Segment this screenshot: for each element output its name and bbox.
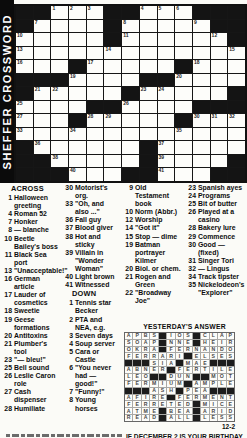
cell-number: 20 [176, 74, 182, 79]
grid-cell[interactable]: 5 [158, 6, 175, 19]
block-cell [34, 155, 51, 168]
grid-cell[interactable] [211, 47, 228, 60]
grid-cell[interactable] [175, 20, 192, 33]
answer-cell: F [125, 353, 132, 359]
grid-cell[interactable] [34, 60, 51, 73]
grid-cell[interactable] [51, 128, 68, 141]
grid-cell[interactable] [69, 87, 86, 100]
block-cell [34, 168, 51, 181]
grid-cell[interactable] [140, 60, 157, 73]
clue-number: 39 [61, 249, 75, 273]
cell-number: 40 [70, 168, 76, 173]
grid-cell[interactable] [228, 74, 245, 87]
grid-cell[interactable] [104, 128, 121, 141]
answer-block-cell [142, 360, 149, 366]
block-cell [16, 141, 33, 154]
grid-cell[interactable] [175, 168, 192, 181]
grid-cell[interactable] [34, 114, 51, 127]
cell-number: 29 [105, 114, 111, 119]
clue-number: 26 [0, 372, 14, 388]
grid-cell[interactable] [122, 74, 139, 87]
clue-text: Honker [14, 218, 61, 226]
answer-cell: A [142, 415, 149, 421]
grid-cell[interactable]: 7 [34, 20, 51, 33]
grid-cell[interactable] [193, 168, 210, 181]
across-clue-33: 33"Oh, and also ..." [61, 200, 121, 216]
grid-cell[interactable]: 24 [158, 87, 175, 100]
grid-cell[interactable] [104, 60, 121, 73]
answer-block-cell [176, 388, 183, 394]
clue-text: Norm (Abbr.) [135, 208, 184, 216]
clue-text: Cash dispenser [14, 388, 61, 404]
grid-cell[interactable] [51, 141, 68, 154]
clue-number: 29 [184, 233, 198, 241]
answer-cell: C [201, 333, 208, 339]
grid-cell[interactable] [193, 87, 210, 100]
cell-number: 2 [70, 6, 73, 11]
answer-cell: A [125, 395, 132, 401]
answer-block-cell [193, 401, 200, 407]
down-clue-32: 32— Lingus [184, 265, 247, 273]
grid-cell[interactable] [140, 33, 157, 46]
grid-cell[interactable]: 1 [51, 6, 68, 19]
down-header: DOWN [61, 289, 121, 299]
clipped-bottom-line: IF DECEMBER 2 IS YOUR BIRTHDAY [0, 432, 247, 438]
grid-cell[interactable] [158, 20, 175, 33]
clue-number: 32 [184, 265, 198, 273]
answer-block-cell [227, 388, 234, 394]
clue-text: Young horses [75, 396, 121, 412]
answer-block-cell [159, 374, 166, 380]
answer-block-cell [210, 388, 217, 394]
grid-cell[interactable]: 17 [87, 60, 104, 73]
grid-cell[interactable]: 20 [175, 74, 192, 87]
grid-cell[interactable] [175, 155, 192, 168]
grid-cell[interactable]: 2 [69, 6, 86, 19]
clue-number: 15 [121, 233, 135, 241]
answer-cell: E [193, 388, 200, 394]
across-clue-1: 1Halloween greeting [0, 194, 61, 210]
clue-number: 1 [61, 299, 75, 315]
grid-cell[interactable] [34, 33, 51, 46]
answer-cell: D [167, 374, 174, 380]
grid-cell[interactable] [69, 20, 86, 33]
down-clue-2: 2PTA and NEA, e.g. [61, 316, 121, 332]
cell-number: 34 [70, 128, 76, 133]
across-clue-36: 36Fall guy [61, 216, 121, 224]
clue-text: Bakery lure [198, 224, 247, 232]
down-clue-22: 22"Broadway Joe" [121, 289, 184, 305]
down-clue-1: 1Tennis star Becker [61, 299, 121, 315]
grid-cell[interactable] [140, 128, 157, 141]
block-cell [16, 87, 33, 100]
grid-cell[interactable] [158, 47, 175, 60]
clue-number: 3 [61, 332, 75, 340]
answer-cell: F [176, 395, 183, 401]
grid-cell[interactable]: 18 [193, 60, 210, 73]
grid-cell[interactable]: 41 [158, 168, 175, 181]
grid-cell[interactable]: 9 [193, 20, 210, 33]
grid-cell[interactable] [87, 128, 104, 141]
grid-cell[interactable] [211, 60, 228, 73]
grid-cell[interactable] [175, 101, 192, 114]
answer-cell: I [210, 401, 217, 407]
grid-cell[interactable]: 6 [175, 6, 192, 19]
answer-cell: S [218, 415, 225, 421]
answer-block-cell [193, 340, 200, 346]
cell-number: 21 [35, 87, 41, 92]
block-cell [16, 74, 33, 87]
masthead-bar: SHEFFER CROSSWORD [0, 0, 14, 183]
grid-cell[interactable] [228, 60, 245, 73]
grid-cell[interactable] [51, 114, 68, 127]
grid-cell[interactable] [122, 155, 139, 168]
answer-cell: E [227, 401, 234, 407]
across-clue-40: 40Light brown [61, 273, 121, 281]
grid-cell[interactable] [122, 114, 139, 127]
answer-cell: R [142, 381, 149, 387]
across-clue-17: 17Lauder of cosmetics [0, 291, 61, 307]
cell-number: 30 [194, 114, 200, 119]
grid-cell[interactable] [175, 87, 192, 100]
clue-number: 17 [0, 291, 14, 307]
answer-cell: E [210, 415, 217, 421]
grid-cell[interactable]: 15 [228, 47, 245, 60]
grid-cell[interactable] [104, 74, 121, 87]
grid-cell[interactable] [87, 74, 104, 87]
grid-cell[interactable]: 23 [140, 87, 157, 100]
grid-cell[interactable] [87, 141, 104, 154]
grid-cell[interactable] [158, 60, 175, 73]
clue-text: "Funny!" [75, 388, 121, 396]
grid-cell[interactable] [211, 87, 228, 100]
answer-cell: L [184, 415, 191, 421]
down-clue-15: 15Stop — dime [121, 233, 184, 241]
grid-cell[interactable] [158, 101, 175, 114]
answer-cell: F [176, 367, 183, 373]
grid-cell[interactable] [211, 155, 228, 168]
answer-cell: A [201, 388, 208, 394]
clue-text: Hot and sticky [75, 233, 121, 249]
answer-block-cell [210, 360, 217, 366]
answer-block-cell [159, 347, 166, 353]
cell-number: 36 [35, 141, 41, 146]
grid-cell[interactable] [34, 47, 51, 60]
grid-cell[interactable] [51, 47, 68, 60]
grid-cell[interactable] [69, 33, 86, 46]
answer-cell: E [201, 360, 208, 366]
grid-cell[interactable]: 28 [87, 114, 104, 127]
answer-cell: R [193, 367, 200, 373]
answer-cell: S [125, 340, 132, 346]
clue-text: PTA and NEA, e.g. [75, 316, 121, 332]
answer-cell: N [142, 367, 149, 373]
grid-cell[interactable]: 29 [104, 114, 121, 127]
grid-cell[interactable]: 38 [51, 155, 68, 168]
grid-cell[interactable] [122, 141, 139, 154]
answer-cell: S [150, 333, 157, 339]
grid-cell[interactable] [193, 128, 210, 141]
grid-cell[interactable] [69, 141, 86, 154]
cell-number: 31 [212, 114, 218, 119]
grid-cell[interactable]: 13 [16, 47, 33, 60]
clipped-text-fragment [6, 434, 122, 437]
grid-cell[interactable] [175, 33, 192, 46]
answer-cell: E [133, 353, 140, 359]
grid-cell[interactable]: 26 [122, 101, 139, 114]
answer-cell: F [125, 381, 132, 387]
grid-cell[interactable]: 40 [69, 168, 86, 181]
block-cell [122, 87, 139, 100]
grid-cell[interactable] [193, 155, 210, 168]
answer-cell: R [125, 415, 132, 421]
down-clue-14: 14"Got it" [121, 224, 184, 232]
clue-number: 40 [61, 273, 75, 281]
grid-cell[interactable] [193, 47, 210, 60]
down-clue-30: 30Good — (fixed) [184, 241, 247, 257]
clue-text: Cara or Castle [75, 348, 121, 364]
cell-number: 19 [70, 74, 76, 79]
grid-cell[interactable]: 19 [69, 74, 86, 87]
block-cell [140, 168, 157, 181]
answer-cell: F [125, 401, 132, 407]
grid-cell[interactable] [69, 155, 86, 168]
answer-cell: R [159, 367, 166, 373]
grid-cell[interactable] [51, 33, 68, 46]
block-cell [175, 114, 192, 127]
block-cell [193, 101, 210, 114]
clue-text: Nickelodeon's "Explorer" [198, 281, 247, 297]
across-clue-21: 21Plumber's tool [0, 340, 61, 356]
clue-number: 2 [61, 316, 75, 332]
grid-cell[interactable]: 12 [211, 33, 228, 46]
clue-text: "— bleu!" [14, 356, 61, 364]
answer-cell: P [133, 333, 140, 339]
answer-cell: R [210, 408, 217, 414]
clue-number: 26 [184, 208, 198, 224]
grid-cell[interactable] [87, 168, 104, 181]
grid-cell[interactable] [104, 155, 121, 168]
grid-cell[interactable]: 27 [16, 114, 33, 127]
grid-cell[interactable]: 14 [104, 47, 121, 60]
down-clue-35: 35Nickelodeon's "Explorer" [184, 281, 247, 297]
answer-cell: S [184, 333, 191, 339]
grid-cell[interactable] [87, 155, 104, 168]
yesterday-answer-grid: APBSIOSCLAPSOAPNNEHEIROKRAFERNANDOFERRAR… [124, 332, 235, 422]
answer-cell: A [125, 333, 132, 339]
clue-text: Commence [198, 233, 247, 241]
answer-cell: A [159, 353, 166, 359]
across-clue-19: 19Geese formations [0, 316, 61, 332]
down-clue-26: 26Played at a casino [184, 208, 247, 224]
answer-cell: N [193, 347, 200, 353]
grid-cell[interactable]: 16 [16, 60, 33, 73]
block-cell [228, 101, 245, 114]
grid-cell[interactable] [122, 128, 139, 141]
answer-block-cell [193, 333, 200, 339]
grid-cell[interactable] [104, 141, 121, 154]
block-cell [104, 6, 121, 19]
grid-cell[interactable] [158, 33, 175, 46]
grid-cell[interactable] [193, 33, 210, 46]
block-cell [104, 101, 121, 114]
answer-cell: M [150, 381, 157, 387]
cell-number: 35 [176, 128, 182, 133]
grid-cell[interactable] [140, 20, 157, 33]
grid-cell[interactable] [211, 141, 228, 154]
grid-cell[interactable] [140, 114, 157, 127]
grid-cell[interactable] [228, 128, 245, 141]
answer-cell: L [218, 381, 225, 387]
clue-text: Spanish ayes [198, 184, 247, 192]
grid-cell[interactable]: 33 [16, 128, 33, 141]
clue-text: — blanche [14, 226, 61, 234]
grid-cell[interactable]: 3 [87, 6, 104, 19]
grid-cell[interactable] [51, 20, 68, 33]
block-cell [228, 6, 245, 19]
grid-cell[interactable] [175, 47, 192, 60]
grid-cell[interactable] [87, 87, 104, 100]
answer-cell: E [133, 415, 140, 421]
answer-cell: P [227, 333, 234, 339]
clue-number: 8 [0, 226, 14, 234]
grid-cell[interactable]: 10 [16, 33, 33, 46]
answer-cell: O [125, 347, 132, 353]
down-clue-10: 10Norm (Abbr.) [121, 208, 184, 216]
clue-text: Geese formations [14, 316, 61, 332]
grid-cell[interactable] [211, 74, 228, 87]
grid-cell[interactable] [211, 128, 228, 141]
cell-number: 1 [52, 6, 55, 11]
block-cell [228, 168, 245, 181]
grid-cell[interactable]: 32 [228, 114, 245, 127]
grid-cell[interactable]: 34 [69, 128, 86, 141]
clue-text: Tennis star Becker [75, 299, 121, 315]
yesterday-answer-section: YESTERDAY'S ANSWER APBSIOSCLAPSOAPNNEHEI… [121, 321, 247, 431]
grid-cell[interactable] [34, 101, 51, 114]
grid-cell[interactable]: 30 [193, 114, 210, 127]
grid-cell[interactable] [158, 128, 175, 141]
cell-number: 41 [159, 168, 165, 173]
clue-number: 19 [121, 241, 135, 265]
grid-cell[interactable] [104, 168, 121, 181]
answer-cell: L [201, 353, 208, 359]
block-cell [211, 6, 228, 19]
grid-cell[interactable]: 25 [16, 101, 33, 114]
answer-cell: F [167, 347, 174, 353]
clue-number: 41 [61, 281, 75, 289]
down-clue-6: 6"You never had — good!" [61, 364, 121, 388]
clue-number: 10 [121, 208, 135, 216]
grid-cell[interactable] [175, 141, 192, 154]
grid-cell[interactable] [122, 47, 139, 60]
clue-text: Old Testament book [135, 184, 184, 208]
cell-number: 10 [17, 33, 23, 38]
grid-cell[interactable] [193, 141, 210, 154]
grid-cell[interactable] [69, 47, 86, 60]
cell-number: 28 [88, 114, 94, 119]
clue-column-4: 23Spanish ayes24Programs25Bit of butter2… [184, 184, 247, 321]
down-clue-24: 24Programs [184, 192, 247, 200]
clue-text: Black Sea port [14, 251, 61, 267]
answer-block-cell [125, 388, 132, 394]
grid-cell[interactable] [228, 141, 245, 154]
grid-cell[interactable]: 39 [158, 155, 175, 168]
grid-cell[interactable] [122, 60, 139, 73]
block-cell [69, 114, 86, 127]
cell-number: 6 [176, 6, 179, 11]
answer-cell: L [210, 333, 217, 339]
grid-cell[interactable]: 11 [122, 33, 139, 46]
answer-cell: O [133, 340, 140, 346]
across-clue-13: 13"Unacceptable!" [0, 267, 61, 275]
answer-cell: M [184, 360, 191, 366]
clue-number: 1 [0, 194, 14, 210]
across-header: ACROSS [0, 184, 61, 194]
grid-cell[interactable]: 8 [122, 20, 139, 33]
grid-cell[interactable] [193, 74, 210, 87]
answer-cell: E [184, 367, 191, 373]
answer-cell: O [142, 374, 149, 380]
block-cell [69, 60, 86, 73]
answer-block-cell [193, 415, 200, 421]
across-clue-25: 25Bell sound [0, 364, 61, 372]
clue-text: Witnessed [75, 281, 121, 289]
grid-cell[interactable]: 36 [34, 141, 51, 154]
answer-cell: H [201, 340, 208, 346]
grid-cell[interactable]: 21 [34, 87, 51, 100]
grid-cell[interactable]: 37 [158, 141, 175, 154]
grid-cell[interactable] [51, 101, 68, 114]
answer-cell: M [210, 374, 217, 380]
block-cell [34, 6, 51, 19]
answer-cell: N [176, 340, 183, 346]
grid-cell[interactable]: 4 [140, 6, 157, 19]
down-clue-31: 31Singer Tori [184, 257, 247, 265]
clue-text: Fall guy [75, 216, 121, 224]
clue-number: 6 [61, 364, 75, 388]
grid-cell[interactable] [87, 47, 104, 60]
grid-cell[interactable]: 31 [211, 114, 228, 127]
answer-cell: U [167, 381, 174, 387]
clue-number: 9 [121, 184, 135, 208]
grid-cell[interactable] [87, 33, 104, 46]
clue-text: Batman portrayer Kilmer [135, 241, 184, 265]
answer-cell: C [218, 401, 225, 407]
answer-cell: D [150, 415, 157, 421]
answer-cell: M [176, 381, 183, 387]
answer-cell: E [227, 381, 234, 387]
grid-cell[interactable] [158, 114, 175, 127]
cell-number: 18 [194, 60, 200, 65]
grid-cell[interactable] [140, 47, 157, 60]
across-clue-39: 39Villain in "Wonder Woman" [61, 249, 121, 273]
grid-cell[interactable] [104, 87, 121, 100]
grid-cell[interactable] [69, 101, 86, 114]
answer-cell: A [201, 347, 208, 353]
grid-cell[interactable]: 22 [51, 87, 68, 100]
grid-cell[interactable] [34, 128, 51, 141]
grid-cell[interactable] [140, 101, 157, 114]
block-cell [34, 74, 51, 87]
block-cell [122, 168, 139, 181]
grid-cell[interactable]: 35 [175, 128, 192, 141]
answer-cell: E [210, 340, 217, 346]
grid-cell[interactable] [87, 20, 104, 33]
grid-cell[interactable] [51, 60, 68, 73]
clue-number: 23 [184, 184, 198, 192]
across-clue-30: 30Motorist's org. [61, 184, 121, 200]
